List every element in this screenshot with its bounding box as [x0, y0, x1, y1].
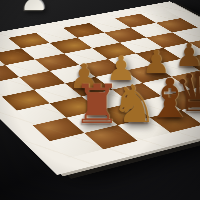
photo-scene: ♟♟♟♟♟♜♞♝♛ White marble and brown onyx ch… — [0, 0, 200, 200]
white-pawn-piece: ♟ — [20, 0, 49, 15]
brown-queen-piece: ♛ — [174, 66, 200, 120]
